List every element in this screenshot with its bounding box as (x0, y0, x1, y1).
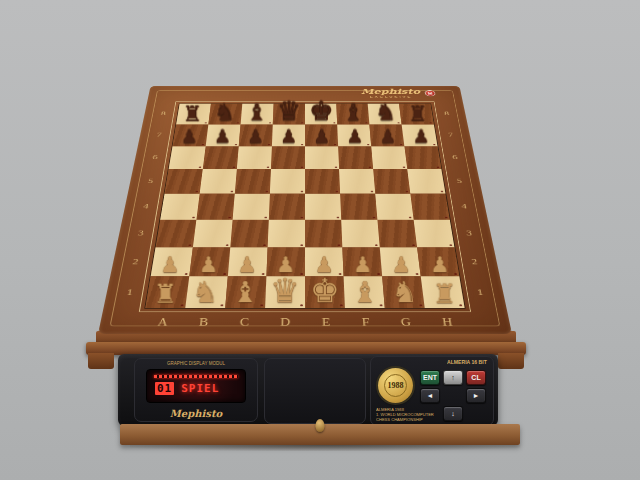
square-a7[interactable]: ♟ (173, 124, 209, 146)
square-d7[interactable]: ♟ (272, 124, 305, 146)
piece-white-n-b1[interactable]: ♞ (185, 278, 225, 307)
piece-white-q-d1[interactable]: ♛ (265, 274, 305, 307)
square-c6[interactable] (237, 146, 272, 169)
board-grid: ♜♞♝♛♚♝♞♜♟♟♟♟♟♟♟♟♟♟♟♟♟♟♟♟♜♞♝♛♚♝♞♜ (144, 103, 465, 308)
square-f2[interactable]: ♟ (342, 247, 382, 276)
square-f7[interactable]: ♟ (337, 124, 371, 146)
file-label-c: C (239, 317, 249, 329)
piece-black-p-h7[interactable]: ♟ (404, 127, 437, 146)
square-c3[interactable] (230, 220, 269, 248)
square-b3[interactable] (193, 220, 233, 248)
square-h7[interactable]: ♟ (402, 124, 438, 146)
square-c8[interactable]: ♝ (241, 104, 274, 125)
square-h1[interactable]: ♜ (421, 277, 465, 308)
square-c7[interactable]: ♟ (239, 124, 273, 146)
piece-white-k-e1[interactable]: ♚ (305, 274, 345, 307)
square-e4[interactable] (305, 194, 341, 220)
case-foot-right (498, 353, 524, 369)
piece-white-p-f2[interactable]: ♟ (344, 254, 383, 276)
file-label-a: A (157, 317, 169, 329)
chess-board-3d: Mephisto EXCLUSIVE M 87654321 87654321 A… (98, 86, 512, 334)
piece-white-r-a1[interactable]: ♜ (146, 281, 186, 307)
square-h4[interactable] (410, 194, 449, 220)
medallion-year: 1988 (384, 374, 407, 397)
piece-black-p-d7[interactable]: ♟ (272, 127, 305, 146)
rank-label-5: 5 (456, 177, 463, 185)
led-text-mode: SPIEL (181, 382, 219, 395)
square-g5[interactable] (373, 169, 410, 193)
piece-white-b-f1[interactable]: ♝ (345, 278, 385, 307)
rank-label-1: 1 (126, 287, 134, 298)
left-button[interactable]: ◄ (420, 388, 440, 403)
square-d8[interactable]: ♛ (273, 104, 305, 125)
square-f5[interactable] (339, 169, 375, 193)
mephisto-module-logo: Mephisto (135, 408, 257, 419)
square-f4[interactable] (340, 194, 377, 220)
enter-button[interactable]: ENT (420, 370, 440, 385)
square-c4[interactable] (233, 194, 270, 220)
rank-label-6: 6 (452, 154, 458, 162)
piece-black-p-e7[interactable]: ♟ (305, 127, 338, 146)
square-h2[interactable]: ♟ (417, 247, 459, 276)
square-g8[interactable]: ♞ (368, 104, 402, 125)
mephisto-board-logo: Mephisto (361, 88, 421, 94)
rank-label-4: 4 (142, 202, 149, 211)
control-drawer: GRAPHIC DISPLAY MODUL 01 SPIEL Mephisto … (118, 354, 498, 426)
piece-black-p-a7[interactable]: ♟ (173, 127, 206, 146)
square-g6[interactable] (371, 146, 407, 169)
mephisto-badge-icon: M (424, 90, 436, 96)
rank-label-3: 3 (137, 229, 144, 238)
piece-black-p-f7[interactable]: ♟ (338, 127, 371, 146)
square-b8[interactable]: ♞ (208, 104, 242, 125)
drawer-front-panel (120, 424, 520, 445)
square-h8[interactable]: ♜ (399, 104, 434, 125)
led-text: 01 SPIEL (155, 382, 245, 395)
square-e3[interactable] (305, 220, 342, 248)
square-e5[interactable] (305, 169, 340, 193)
file-label-d: D (280, 317, 290, 329)
display-module: GRAPHIC DISPLAY MODUL 01 SPIEL Mephisto (134, 358, 258, 422)
case-foot-left (88, 353, 114, 369)
square-h3[interactable] (414, 220, 455, 248)
square-a8[interactable]: ♜ (176, 104, 211, 125)
square-f6[interactable] (338, 146, 373, 169)
piece-black-p-g7[interactable]: ♟ (371, 127, 404, 146)
piece-black-k-e8[interactable]: ♚ (305, 97, 337, 124)
board-logo: Mephisto EXCLUSIVE M (361, 88, 437, 98)
square-h6[interactable] (404, 146, 441, 169)
square-a4[interactable] (160, 194, 199, 220)
piece-black-b-c8[interactable]: ♝ (241, 100, 273, 124)
championship-medallion: 1988 (378, 368, 413, 403)
square-b5[interactable] (200, 169, 237, 193)
square-f8[interactable]: ♝ (336, 104, 369, 125)
down-button[interactable]: ↓ (443, 406, 463, 421)
square-f1[interactable]: ♝ (344, 277, 385, 308)
piece-white-b-c1[interactable]: ♝ (225, 278, 265, 307)
file-labels: ABCDEFGH (141, 317, 469, 329)
led-display: 01 SPIEL (146, 369, 246, 403)
file-label-f: F (361, 317, 369, 329)
rank-label-2: 2 (471, 257, 478, 267)
square-e7[interactable]: ♟ (305, 124, 338, 146)
rank-label-4: 4 (461, 202, 468, 211)
board-case-top: Mephisto EXCLUSIVE M 87654321 87654321 A… (98, 86, 512, 334)
piece-white-p-a2[interactable]: ♟ (151, 254, 190, 276)
square-c1[interactable]: ♝ (225, 277, 266, 308)
file-label-b: B (198, 317, 208, 329)
square-g4[interactable] (375, 194, 413, 220)
square-b6[interactable] (203, 146, 239, 169)
piece-white-p-b2[interactable]: ♟ (189, 254, 228, 276)
square-b2[interactable]: ♟ (189, 247, 230, 276)
file-label-h: H (441, 317, 453, 329)
rank-label-5: 5 (147, 177, 154, 185)
rank-label-2: 2 (132, 257, 139, 267)
square-c5[interactable] (235, 169, 271, 193)
blank-module (264, 358, 366, 424)
clear-button[interactable]: CL (466, 370, 486, 385)
square-d3[interactable] (268, 220, 305, 248)
rank-label-8: 8 (444, 110, 450, 117)
square-b1[interactable]: ♞ (185, 277, 228, 308)
piece-white-p-g2[interactable]: ♟ (382, 254, 421, 276)
file-label-g: G (400, 317, 411, 329)
square-d4[interactable] (269, 194, 305, 220)
square-a6[interactable] (169, 146, 206, 169)
square-c2[interactable]: ♟ (228, 247, 268, 276)
rank-label-8: 8 (160, 110, 166, 117)
piece-black-n-g8[interactable]: ♞ (369, 100, 401, 124)
rank-label-6: 6 (152, 154, 158, 162)
square-b4[interactable] (196, 194, 234, 220)
piece-black-n-b8[interactable]: ♞ (208, 100, 240, 124)
square-g1[interactable]: ♞ (382, 277, 425, 308)
square-a2[interactable]: ♟ (151, 247, 193, 276)
piece-black-b-f8[interactable]: ♝ (337, 100, 369, 124)
piece-white-p-h2[interactable]: ♟ (421, 254, 460, 276)
drawer-knob[interactable] (316, 419, 325, 432)
display-module-label: GRAPHIC DISPLAY MODUL (150, 361, 242, 366)
rank-label-3: 3 (466, 229, 473, 238)
square-a1[interactable]: ♜ (145, 277, 189, 308)
playing-area: ♜♞♝♛♚♝♞♜♟♟♟♟♟♟♟♟♟♟♟♟♟♟♟♟♜♞♝♛♚♝♞♜ (144, 103, 465, 308)
rank-label-1: 1 (476, 287, 484, 298)
square-d5[interactable] (270, 169, 305, 193)
square-d1[interactable]: ♛ (265, 277, 305, 308)
keypad: ENT ↑ CL ◄ ► ↓ (420, 370, 486, 421)
square-a5[interactable] (165, 169, 203, 193)
square-d6[interactable] (271, 146, 305, 169)
piece-black-p-b7[interactable]: ♟ (206, 127, 239, 146)
rank-label-7: 7 (448, 131, 454, 138)
keypad-module: ALMERIA 16 BIT 1988 ALMERIA 1988 1. WORL… (370, 356, 494, 426)
piece-black-p-c7[interactable]: ♟ (239, 127, 272, 146)
drawer-shadow (130, 445, 520, 451)
square-e1[interactable]: ♚ (305, 277, 345, 308)
square-g2[interactable]: ♟ (380, 247, 421, 276)
square-g7[interactable]: ♟ (369, 124, 404, 146)
piece-white-r-h1[interactable]: ♜ (425, 281, 465, 307)
square-g3[interactable] (377, 220, 417, 248)
led-text-level: 01 (155, 382, 174, 395)
square-f3[interactable] (341, 220, 380, 248)
rank-label-7: 7 (156, 131, 162, 138)
right-button[interactable]: ► (466, 388, 486, 403)
led-dot-row (154, 375, 238, 378)
square-h5[interactable] (407, 169, 445, 193)
piece-black-r-h8[interactable]: ♜ (402, 103, 434, 124)
module-name-label: ALMERIA 16 BIT (447, 360, 487, 365)
piece-black-q-d8[interactable]: ♛ (273, 97, 305, 124)
file-label-e: E (322, 317, 331, 329)
up-button[interactable]: ↑ (443, 370, 463, 385)
square-b7[interactable]: ♟ (206, 124, 241, 146)
square-e6[interactable] (305, 146, 339, 169)
square-e8[interactable]: ♚ (305, 104, 337, 125)
piece-white-p-c2[interactable]: ♟ (228, 254, 267, 276)
piece-white-n-g1[interactable]: ♞ (385, 278, 425, 307)
piece-black-r-a8[interactable]: ♜ (176, 103, 208, 124)
square-a3[interactable] (156, 220, 197, 248)
